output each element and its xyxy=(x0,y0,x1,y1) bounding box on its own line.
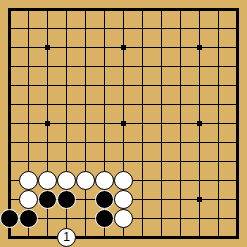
hoshi-point xyxy=(121,121,126,126)
stone-white xyxy=(19,171,38,190)
hoshi-point xyxy=(197,197,202,202)
stone-black xyxy=(38,190,57,209)
stone-white xyxy=(114,209,133,228)
stone-white xyxy=(114,171,133,190)
stone-black xyxy=(95,190,114,209)
stone-black xyxy=(19,209,38,228)
stone-black xyxy=(0,209,19,228)
hoshi-point xyxy=(45,45,50,50)
stone-white xyxy=(95,171,114,190)
hoshi-point xyxy=(45,121,50,126)
go-diagram: 1 xyxy=(0,0,247,247)
stone-black xyxy=(95,209,114,228)
stone-black xyxy=(57,190,76,209)
stone-white xyxy=(57,171,76,190)
stone-white xyxy=(114,190,133,209)
hoshi-point xyxy=(121,45,126,50)
stone-white xyxy=(38,171,57,190)
stone-white xyxy=(76,171,95,190)
hoshi-point xyxy=(197,45,202,50)
hoshi-point xyxy=(197,121,202,126)
stone-white xyxy=(19,190,38,209)
stone-white-move-1: 1 xyxy=(57,228,76,247)
go-board[interactable]: 1 xyxy=(0,0,247,247)
